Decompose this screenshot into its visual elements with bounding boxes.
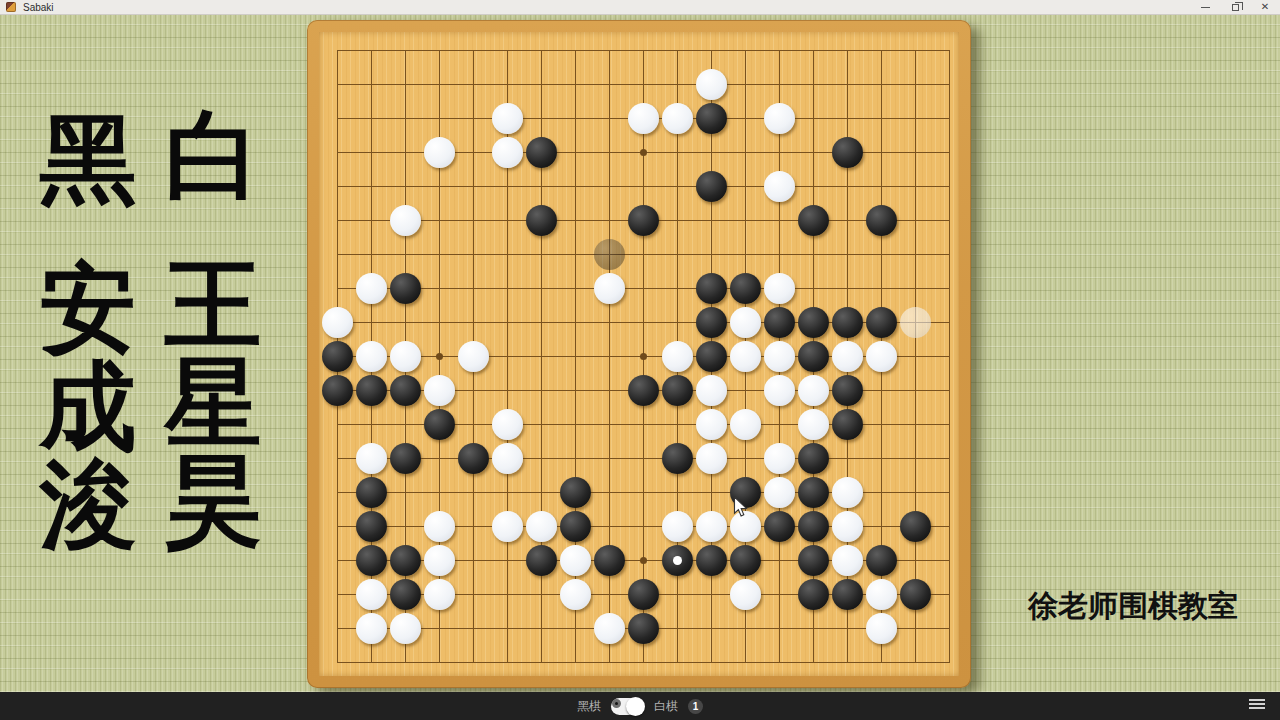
hamburger-icon [1249,699,1265,701]
hoshi-point [436,353,443,360]
white-stone [492,511,523,542]
white-stone [764,273,795,304]
black-stone [356,375,387,406]
minimize-icon [1201,7,1210,8]
white-stone [730,307,761,338]
black-stone [458,443,489,474]
black-stone [832,579,863,610]
black-stone [798,511,829,542]
white-stone [662,341,693,372]
count-badge: 1 [688,699,703,714]
sabaki-app-icon [6,2,16,12]
white-stone [492,409,523,440]
player-color-toggle[interactable] [611,698,644,715]
white-stone [662,103,693,134]
white-stone [356,613,387,644]
black-stone [866,205,897,236]
black-stone [696,545,727,576]
black-stone [798,307,829,338]
black-stone [560,511,591,542]
close-button[interactable]: ✕ [1250,0,1280,14]
black-toggle-label: 黑棋 [577,698,601,715]
goban[interactable] [307,20,971,688]
black-stone [356,545,387,576]
white-stone [424,511,455,542]
black-stone [832,409,863,440]
white-stone [662,511,693,542]
black-stone [356,511,387,542]
black-stone [866,545,897,576]
white-stone [492,103,523,134]
black-stone [730,273,761,304]
white-stone [560,579,591,610]
black-stone [764,307,795,338]
black-stone [390,375,421,406]
black-stone [322,375,353,406]
white-stone [764,477,795,508]
white-stone [356,273,387,304]
black-player-banner: 黑 安成浚 [27,111,149,554]
restore-icon [1232,4,1239,11]
close-icon: ✕ [1261,2,1269,12]
black-stone [832,375,863,406]
goban-grid [337,50,950,663]
black-player-name: 安成浚 [27,260,149,554]
white-stone [424,137,455,168]
white-stone [764,443,795,474]
hoshi-point [640,557,647,564]
black-stone [798,545,829,576]
white-player-banner: 白 王星昊 [152,107,274,550]
black-stone [798,477,829,508]
white-stone [764,171,795,202]
white-stone [696,375,727,406]
black-stone [730,545,761,576]
white-stone [424,579,455,610]
black-stone [900,511,931,542]
white-stone [594,613,625,644]
black-stone [390,273,421,304]
black-stone [390,443,421,474]
black-stone [594,545,625,576]
black-stone [832,307,863,338]
black-stone [356,477,387,508]
white-stone [832,545,863,576]
white-stone [696,69,727,100]
bottom-bar: 黑棋 白棋 1 [0,692,1280,720]
white-stone [492,443,523,474]
black-stone [662,443,693,474]
white-stone [866,579,897,610]
black-stone [696,273,727,304]
white-stone [458,341,489,372]
white-stone [696,511,727,542]
last-move-marker [673,556,682,565]
black-color-label: 黑 [27,111,149,209]
ghost-white-stone [900,307,931,338]
white-stone [390,341,421,372]
white-stone [764,341,795,372]
toggle-knob [626,697,645,716]
black-stone [526,137,557,168]
white-stone [492,137,523,168]
white-stone [628,103,659,134]
black-stone [628,579,659,610]
black-stone [696,171,727,202]
window-controls: ✕ [1190,0,1280,14]
menu-button[interactable] [1249,699,1265,709]
black-stone [900,579,931,610]
white-stone [356,341,387,372]
restore-button[interactable] [1220,0,1250,14]
black-stone [662,375,693,406]
black-stone [628,205,659,236]
black-stone [526,545,557,576]
app-window: Sabaki ✕ 黑 安成浚 白 王星昊 徐老师围棋教室 黑棋 [0,0,1280,720]
black-stone [628,375,659,406]
white-stone [764,375,795,406]
window-title: Sabaki [23,2,54,13]
white-stone [866,341,897,372]
white-stone [560,545,591,576]
black-stone [696,307,727,338]
main-area: 黑 安成浚 白 王星昊 徐老师围棋教室 [0,15,1280,692]
white-stone [832,341,863,372]
white-color-label: 白 [152,107,274,205]
white-stone [764,103,795,134]
black-stone [696,341,727,372]
black-stone [628,613,659,644]
white-stone [730,341,761,372]
black-stone [798,341,829,372]
white-stone [696,409,727,440]
white-stone [390,613,421,644]
white-stone [798,375,829,406]
white-stone [730,579,761,610]
black-stone [560,477,591,508]
white-stone [832,477,863,508]
black-stone [322,341,353,372]
black-stone [866,307,897,338]
black-stone [798,205,829,236]
black-stone [832,137,863,168]
black-stone [798,579,829,610]
white-stone [322,307,353,338]
white-stone [832,511,863,542]
white-stone [356,443,387,474]
black-stone [696,103,727,134]
white-stone [356,579,387,610]
black-stone-icon [612,699,621,708]
black-stone [798,443,829,474]
black-stone [390,579,421,610]
white-stone [390,205,421,236]
color-toggle-group: 黑棋 白棋 1 [577,692,703,720]
white-toggle-label: 白棋 [654,698,678,715]
white-stone [526,511,557,542]
hoshi-point [640,353,647,360]
goban-face [319,32,959,676]
hoshi-point [640,149,647,156]
white-stone [594,273,625,304]
black-stone [390,545,421,576]
mouse-cursor [733,496,749,518]
ghost-black-stone [594,239,625,270]
white-player-name: 王星昊 [152,256,274,550]
minimize-button[interactable] [1190,0,1220,14]
black-stone [424,409,455,440]
white-stone [424,375,455,406]
title-bar: Sabaki ✕ [0,0,1280,15]
black-stone [764,511,795,542]
white-stone [798,409,829,440]
classroom-watermark: 徐老师围棋教室 [1028,589,1238,622]
white-stone [696,443,727,474]
white-stone [866,613,897,644]
black-stone [526,205,557,236]
white-stone [424,545,455,576]
white-stone [730,409,761,440]
